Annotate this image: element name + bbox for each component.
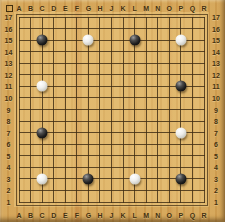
column-label-top: Q [190, 5, 195, 12]
white-stone-C11[interactable] [37, 81, 48, 92]
grid-line-vertical [146, 17, 147, 203]
row-label-right: 7 [214, 129, 218, 136]
column-label-bottom: A [16, 212, 21, 219]
column-label-top: H [97, 5, 102, 12]
row-label-right: 8 [214, 118, 218, 125]
black-stone-C7[interactable] [37, 127, 48, 138]
column-label-bottom: R [201, 212, 206, 219]
grid-line-horizontal [19, 155, 205, 156]
grid-line-horizontal [19, 144, 205, 145]
column-label-top: L [132, 5, 136, 12]
column-label-top: G [86, 5, 91, 12]
column-label-bottom: D [51, 212, 56, 219]
column-label-top: B [28, 5, 33, 12]
row-label-left: 15 [5, 37, 13, 44]
column-label-bottom: N [155, 212, 160, 219]
grid-line-vertical [169, 17, 170, 203]
grid-line-vertical [157, 17, 158, 203]
row-label-left: 14 [5, 48, 13, 55]
row-label-right: 5 [214, 152, 218, 159]
row-label-right: 3 [214, 175, 218, 182]
row-label-left: 1 [7, 199, 11, 206]
row-label-left: 3 [7, 175, 11, 182]
column-label-top: O [167, 5, 172, 12]
row-label-left: 10 [5, 94, 13, 101]
column-label-top: J [110, 5, 114, 12]
row-label-left: 13 [5, 60, 13, 67]
row-label-left: 12 [5, 71, 13, 78]
grid-line-horizontal [19, 202, 205, 203]
corner-square-icon [6, 5, 13, 12]
black-stone-P11[interactable] [175, 81, 186, 92]
row-label-right: 11 [212, 83, 219, 90]
grid-line-horizontal [19, 121, 205, 122]
grid-line-vertical [192, 17, 193, 203]
row-label-left: 9 [7, 106, 11, 113]
row-label-left: 16 [5, 25, 13, 32]
row-label-left: 4 [7, 164, 11, 171]
column-label-bottom: L [132, 212, 136, 219]
row-label-right: 13 [212, 60, 220, 67]
grid-line-vertical [204, 17, 205, 203]
column-label-top: C [40, 5, 45, 12]
column-label-top: K [121, 5, 126, 12]
row-label-right: 15 [212, 37, 220, 44]
column-label-bottom: Q [190, 212, 195, 219]
go-board: AABBCCDDEEFFGGHHJJKKLLMMNNOOPPQQRR171716… [0, 0, 225, 222]
row-label-left: 6 [7, 141, 11, 148]
row-label-left: 2 [7, 187, 11, 194]
column-label-top: P [179, 5, 184, 12]
column-label-top: R [201, 5, 206, 12]
black-stone-L15[interactable] [129, 35, 140, 46]
row-label-right: 14 [212, 48, 220, 55]
black-stone-P3[interactable] [175, 173, 186, 184]
column-label-top: F [75, 5, 79, 12]
row-label-right: 2 [214, 187, 218, 194]
column-label-bottom: O [167, 212, 172, 219]
row-label-right: 10 [212, 94, 220, 101]
grid-line-horizontal [19, 190, 205, 191]
row-label-left: 7 [7, 129, 11, 136]
white-stone-P7[interactable] [175, 127, 186, 138]
column-label-bottom: J [110, 212, 114, 219]
row-label-right: 17 [212, 14, 220, 21]
row-label-left: 8 [7, 118, 11, 125]
column-label-bottom: E [63, 212, 68, 219]
row-label-right: 16 [212, 25, 220, 32]
column-label-top: A [16, 5, 21, 12]
grid-line-horizontal [19, 109, 205, 110]
column-label-bottom: H [97, 212, 102, 219]
white-stone-L3[interactable] [129, 173, 140, 184]
column-label-bottom: F [75, 212, 79, 219]
column-label-bottom: B [28, 212, 33, 219]
row-label-left: 5 [7, 152, 11, 159]
column-label-bottom: C [40, 212, 45, 219]
row-label-right: 12 [212, 71, 220, 78]
white-stone-C3[interactable] [37, 173, 48, 184]
row-label-right: 1 [214, 199, 218, 206]
column-label-bottom: P [179, 212, 184, 219]
column-label-top: E [63, 5, 68, 12]
grid-line-vertical [123, 17, 124, 203]
row-label-right: 6 [214, 141, 218, 148]
white-stone-G15[interactable] [83, 35, 94, 46]
column-label-top: N [155, 5, 160, 12]
row-label-left: 11 [5, 83, 12, 90]
white-stone-P15[interactable] [175, 35, 186, 46]
black-stone-G3[interactable] [83, 173, 94, 184]
column-label-top: M [143, 5, 149, 12]
grid-line-horizontal [19, 167, 205, 168]
column-label-bottom: M [143, 212, 149, 219]
column-label-bottom: K [121, 212, 126, 219]
row-label-right: 4 [214, 164, 218, 171]
column-label-top: D [51, 5, 56, 12]
column-label-bottom: G [86, 212, 91, 219]
row-label-left: 17 [5, 14, 13, 21]
black-stone-C15[interactable] [37, 35, 48, 46]
row-label-right: 9 [214, 106, 218, 113]
